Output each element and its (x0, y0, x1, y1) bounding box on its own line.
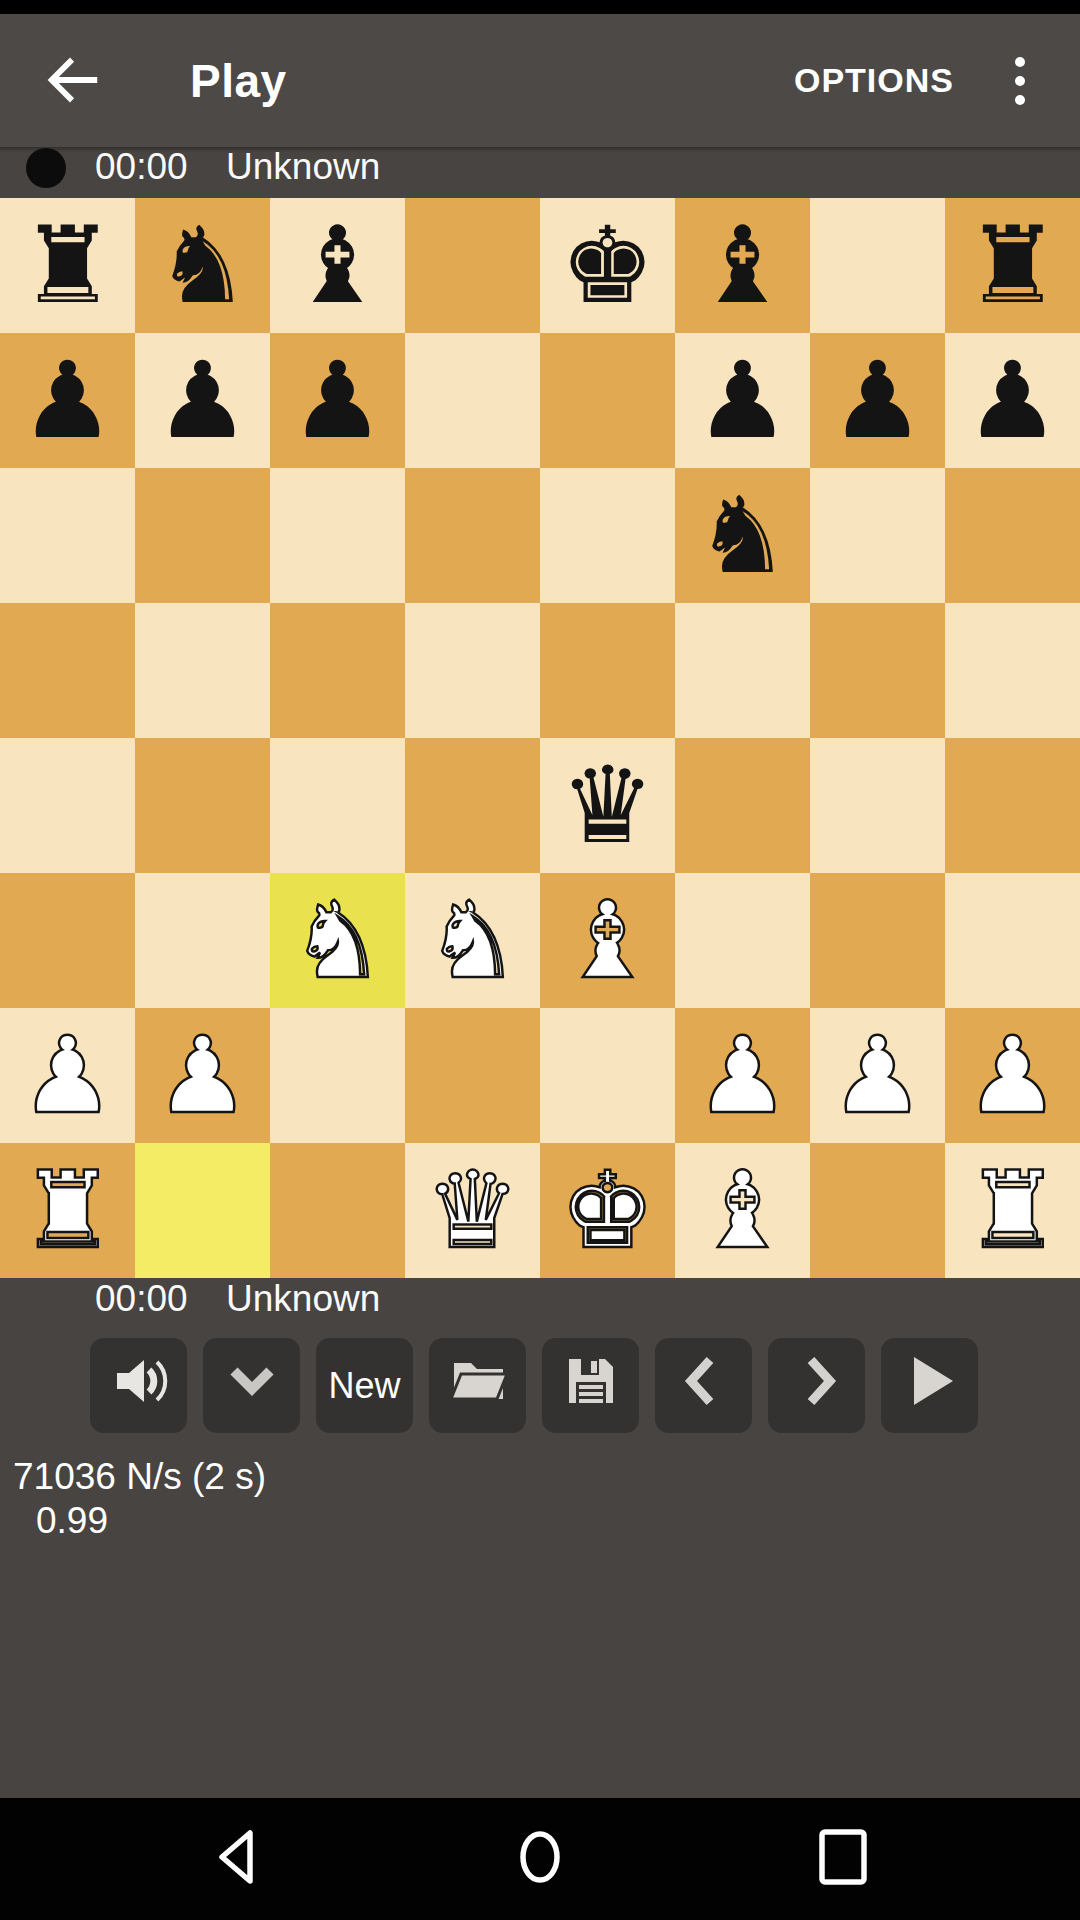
square-h4[interactable] (945, 738, 1080, 873)
square-d6[interactable] (405, 468, 540, 603)
piece-white-rook: ♜ (945, 1143, 1080, 1278)
piece-white-bishop: ♝ (675, 1143, 810, 1278)
square-b4[interactable] (135, 738, 270, 873)
square-a4[interactable] (0, 738, 135, 873)
new-game-button[interactable]: New (316, 1338, 413, 1433)
square-b3[interactable] (135, 873, 270, 1008)
square-c8[interactable]: ♝ (270, 198, 405, 333)
android-nav-bar (0, 1798, 1080, 1920)
square-a8[interactable]: ♜ (0, 198, 135, 333)
square-d3[interactable]: ♞ (405, 873, 540, 1008)
square-b5[interactable] (135, 603, 270, 738)
chevron-right-icon (785, 1349, 849, 1422)
chess-board[interactable]: ♜♞♝♚♝♜♟♟♟♟♟♟♞♛♞♞♝♟♟♟♟♟♜♛♚♝♜ (0, 198, 1080, 1278)
square-h3[interactable] (945, 873, 1080, 1008)
square-h2[interactable]: ♟ (945, 1008, 1080, 1143)
square-h5[interactable] (945, 603, 1080, 738)
square-e4[interactable]: ♛ (540, 738, 675, 873)
square-b7[interactable]: ♟ (135, 333, 270, 468)
square-b8[interactable]: ♞ (135, 198, 270, 333)
piece-black-pawn: ♟ (0, 333, 135, 468)
engine-lines-button[interactable] (203, 1338, 300, 1433)
piece-black-pawn: ♟ (270, 333, 405, 468)
square-a1[interactable]: ♜ (0, 1143, 135, 1278)
piece-black-king: ♚ (540, 198, 675, 333)
app-bar: Play OPTIONS (0, 14, 1080, 147)
square-c2[interactable] (270, 1008, 405, 1143)
piece-white-queen: ♛ (405, 1143, 540, 1278)
move-back-button[interactable] (655, 1338, 752, 1433)
square-g2[interactable]: ♟ (810, 1008, 945, 1143)
square-a5[interactable] (0, 603, 135, 738)
square-e3[interactable]: ♝ (540, 873, 675, 1008)
square-f5[interactable] (675, 603, 810, 738)
piece-black-pawn: ♟ (675, 333, 810, 468)
square-d8[interactable] (405, 198, 540, 333)
move-forward-button[interactable] (768, 1338, 865, 1433)
square-g7[interactable]: ♟ (810, 333, 945, 468)
square-c3[interactable]: ♞ (270, 873, 405, 1008)
speaker-icon (107, 1349, 171, 1422)
square-g4[interactable] (810, 738, 945, 873)
toolbar: New (90, 1338, 978, 1433)
square-d7[interactable] (405, 333, 540, 468)
piece-black-queen: ♛ (540, 738, 675, 873)
square-d1[interactable]: ♛ (405, 1143, 540, 1278)
piece-black-rook: ♜ (945, 198, 1080, 333)
arrow-left-icon (43, 49, 105, 115)
home-circle-icon (508, 1825, 572, 1893)
square-e2[interactable] (540, 1008, 675, 1143)
open-game-button[interactable] (429, 1338, 526, 1433)
square-f2[interactable]: ♟ (675, 1008, 810, 1143)
sound-button[interactable] (90, 1338, 187, 1433)
square-h1[interactable]: ♜ (945, 1143, 1080, 1278)
square-g3[interactable] (810, 873, 945, 1008)
square-a6[interactable] (0, 468, 135, 603)
black-player-row: 00:00 Unknown (0, 152, 1080, 198)
square-a3[interactable] (0, 873, 135, 1008)
square-b2[interactable]: ♟ (135, 1008, 270, 1143)
square-c7[interactable]: ♟ (270, 333, 405, 468)
page-title: Play (190, 14, 287, 147)
white-player-row: 00:00 Unknown (0, 1284, 1080, 1330)
square-f4[interactable] (675, 738, 810, 873)
piece-white-king: ♚ (540, 1143, 675, 1278)
piece-white-bishop: ♝ (540, 873, 675, 1008)
back-button[interactable] (38, 50, 110, 114)
square-g6[interactable] (810, 468, 945, 603)
piece-white-pawn: ♟ (945, 1008, 1080, 1143)
vertical-ellipsis-icon (1015, 57, 1025, 67)
piece-white-pawn: ♟ (675, 1008, 810, 1143)
square-b1[interactable] (135, 1143, 270, 1278)
piece-black-knight: ♞ (135, 198, 270, 333)
black-player-name: Unknown (226, 146, 380, 188)
square-h8[interactable]: ♜ (945, 198, 1080, 333)
engine-speed-text: 71036 N/s (2 s) (13, 1456, 266, 1498)
black-side-indicator-icon (26, 148, 66, 188)
piece-white-knight: ♞ (270, 873, 405, 1008)
square-f7[interactable]: ♟ (675, 333, 810, 468)
piece-black-pawn: ♟ (945, 333, 1080, 468)
engine-eval-text: 0.99 (36, 1500, 108, 1542)
nav-back-button[interactable] (195, 1798, 285, 1920)
piece-white-pawn: ♟ (0, 1008, 135, 1143)
recents-square-icon (811, 1825, 875, 1893)
piece-white-pawn: ♟ (135, 1008, 270, 1143)
square-h7[interactable]: ♟ (945, 333, 1080, 468)
square-c4[interactable] (270, 738, 405, 873)
square-e5[interactable] (540, 603, 675, 738)
square-e1[interactable]: ♚ (540, 1143, 675, 1278)
piece-white-rook: ♜ (0, 1143, 135, 1278)
nav-home-button[interactable] (495, 1798, 585, 1920)
piece-black-bishop: ♝ (675, 198, 810, 333)
save-game-button[interactable] (542, 1338, 639, 1433)
square-f8[interactable]: ♝ (675, 198, 810, 333)
square-c6[interactable] (270, 468, 405, 603)
bottom-panel: 00:00 Unknown New (0, 1278, 1080, 1798)
white-player-name: Unknown (226, 1278, 380, 1320)
square-g5[interactable] (810, 603, 945, 738)
status-bar (0, 0, 1080, 14)
play-icon (898, 1349, 962, 1422)
square-a2[interactable]: ♟ (0, 1008, 135, 1143)
piece-white-pawn: ♟ (810, 1008, 945, 1143)
square-f6[interactable]: ♞ (675, 468, 810, 603)
play-engine-button[interactable] (881, 1338, 978, 1433)
piece-black-pawn: ♟ (135, 333, 270, 468)
square-f1[interactable]: ♝ (675, 1143, 810, 1278)
back-triangle-icon (208, 1825, 272, 1893)
square-b6[interactable] (135, 468, 270, 603)
square-d5[interactable] (405, 603, 540, 738)
options-button[interactable]: OPTIONS (794, 14, 954, 147)
square-a7[interactable]: ♟ (0, 333, 135, 468)
piece-black-bishop: ♝ (270, 198, 405, 333)
square-c1[interactable] (270, 1143, 405, 1278)
square-c5[interactable] (270, 603, 405, 738)
chevron-down-icon (220, 1349, 284, 1422)
square-e7[interactable] (540, 333, 675, 468)
black-clock: 00:00 (95, 146, 188, 188)
nav-recents-button[interactable] (798, 1798, 888, 1920)
square-e6[interactable] (540, 468, 675, 603)
folder-open-icon (446, 1349, 510, 1422)
square-d4[interactable] (405, 738, 540, 873)
piece-black-rook: ♜ (0, 198, 135, 333)
square-h6[interactable] (945, 468, 1080, 603)
square-f3[interactable] (675, 873, 810, 1008)
piece-white-knight: ♞ (405, 873, 540, 1008)
piece-black-pawn: ♟ (810, 333, 945, 468)
overflow-menu-button[interactable] (1000, 14, 1040, 147)
square-d2[interactable] (405, 1008, 540, 1143)
chevron-left-icon (672, 1349, 736, 1422)
piece-black-knight: ♞ (675, 468, 810, 603)
square-e8[interactable]: ♚ (540, 198, 675, 333)
white-clock: 00:00 (95, 1278, 188, 1320)
square-g8[interactable] (810, 198, 945, 333)
square-g1[interactable] (810, 1143, 945, 1278)
save-icon (559, 1349, 623, 1422)
